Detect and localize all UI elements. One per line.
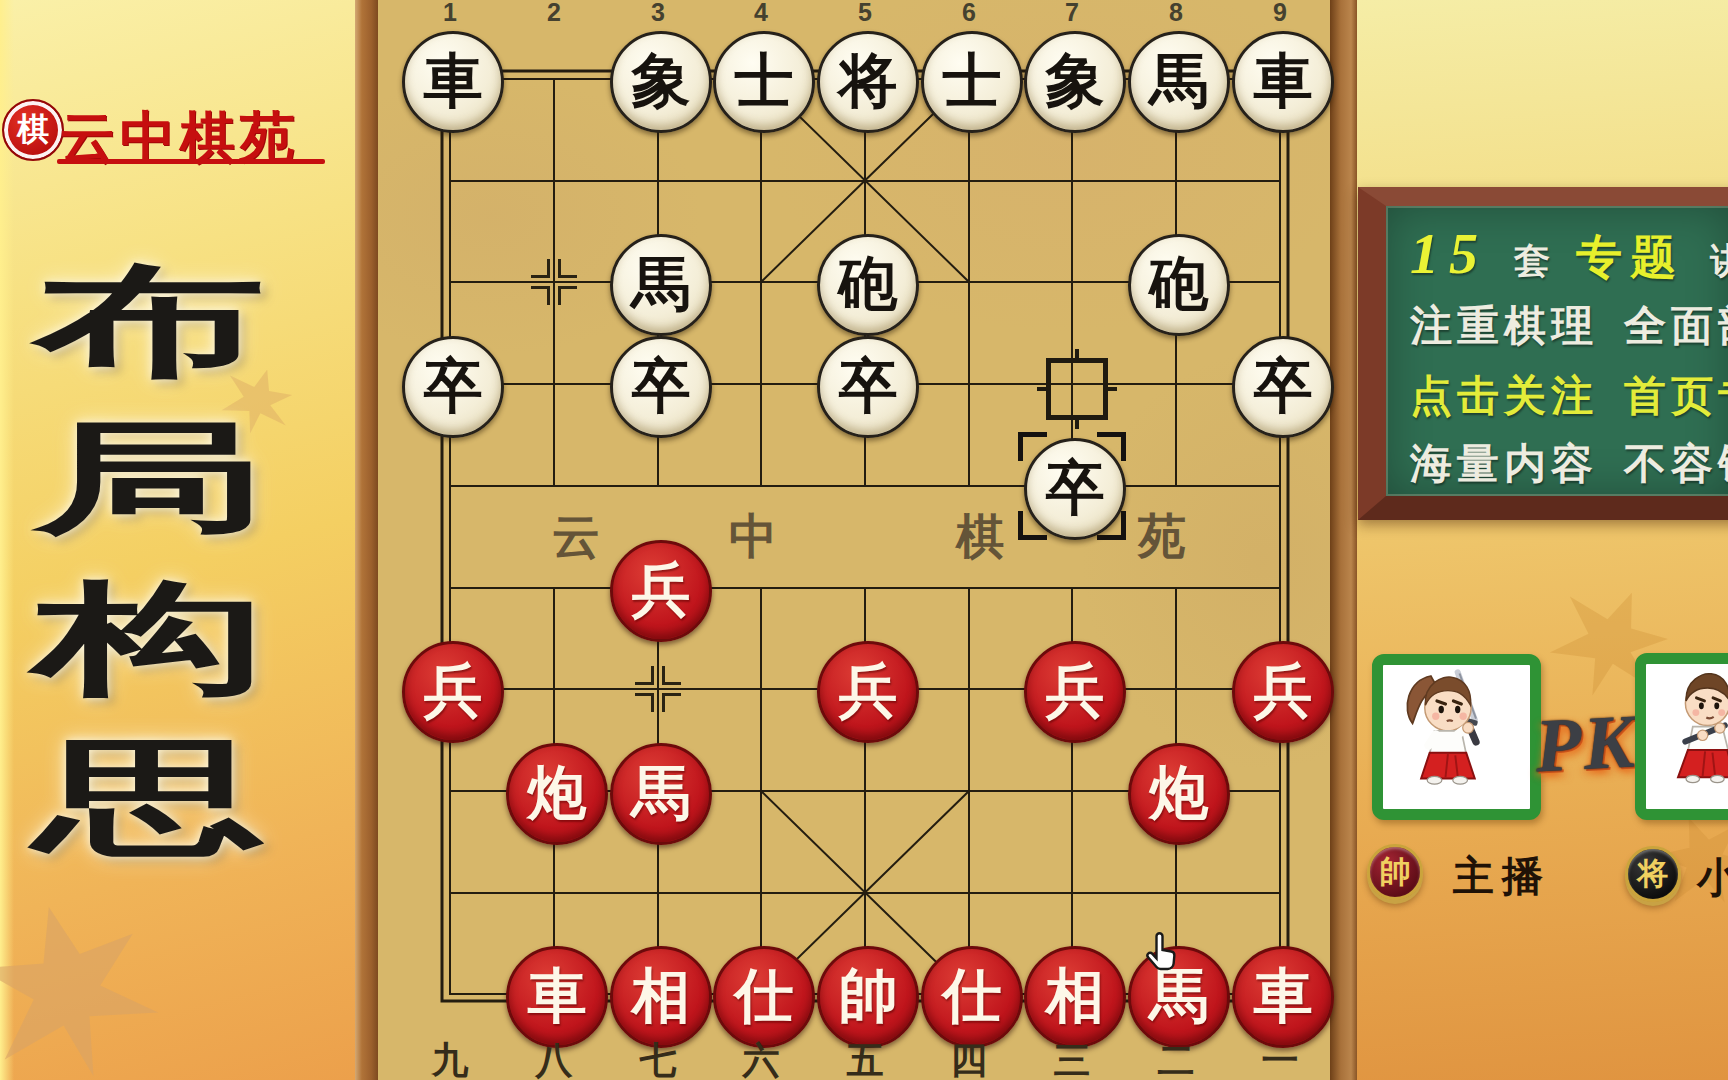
piece-red-兵-f5r7[interactable]: 兵 <box>817 641 919 743</box>
piece-red-兵-f3r6[interactable]: 兵 <box>610 540 712 642</box>
title-char-2: 局 <box>0 414 401 550</box>
file-number-top-4: 4 <box>741 0 781 27</box>
piece-black-卒-f9r4[interactable]: 卒 <box>1232 336 1334 438</box>
file-number-bottom-8: 二 <box>1146 1036 1206 1080</box>
black-badge-char: 将 <box>1638 853 1669 895</box>
red-badge-char: 帥 <box>1380 851 1411 893</box>
chalk-segment: 15 <box>1410 220 1488 287</box>
piece-black-車-f1r1[interactable]: 車 <box>402 31 504 133</box>
chalk-line-4: 海量内容不容错 <box>1410 436 1728 492</box>
file-number-bottom-2: 八 <box>524 1036 584 1080</box>
piece-black-士-f4r1[interactable]: 士 <box>713 31 815 133</box>
piece-red-相-f7r10[interactable]: 相 <box>1024 946 1126 1048</box>
river-char-4: 苑 <box>1127 505 1197 569</box>
black-player-avatar <box>1635 653 1728 820</box>
xiangqi-board[interactable]: 123456789 云中棋苑 車象士将士象馬車馬砲砲卒卒卒卒卒兵兵兵兵兵炮馬炮車… <box>378 0 1330 1080</box>
river-char-3: 棋 <box>945 505 1015 569</box>
point-marker <box>531 259 577 305</box>
file-number-top-1: 1 <box>430 0 470 27</box>
file-number-top-2: 2 <box>534 0 574 27</box>
file-number-bottom-6: 四 <box>939 1036 999 1080</box>
piece-black-馬-f3r3[interactable]: 馬 <box>610 234 712 336</box>
piece-red-車-f2r10[interactable]: 車 <box>506 946 608 1048</box>
piece-black-象-f7r1[interactable]: 象 <box>1024 31 1126 133</box>
piece-red-兵-f1r7[interactable]: 兵 <box>402 641 504 743</box>
chalk-segment: 套 <box>1514 237 1550 286</box>
file-number-top-9: 9 <box>1260 0 1300 27</box>
title-char-3: 构 <box>0 574 401 710</box>
logo-seal-char: 棋 <box>17 108 49 152</box>
file-number-bottom-5: 五 <box>835 1036 895 1080</box>
left-banner: 棋 云中棋苑 布局构思 <box>0 0 355 1080</box>
piece-black-卒-f5r4[interactable]: 卒 <box>817 336 919 438</box>
leaf-watermark <box>0 889 168 1080</box>
file-number-bottom-3: 七 <box>628 1036 688 1080</box>
file-number-top-7: 7 <box>1052 0 1092 27</box>
river-char-1: 云 <box>541 505 611 569</box>
piece-red-車-f9r10[interactable]: 車 <box>1232 946 1334 1048</box>
piece-red-仕-f6r10[interactable]: 仕 <box>921 946 1023 1048</box>
piece-black-将-f5r1[interactable]: 将 <box>817 31 919 133</box>
black-player-label: 小 <box>1697 851 1728 906</box>
piece-black-砲-f5r3[interactable]: 砲 <box>817 234 919 336</box>
red-player-label: 主播 <box>1453 849 1551 904</box>
red-side-badge: 帥 <box>1367 844 1423 900</box>
piece-black-卒-f3r4[interactable]: 卒 <box>610 336 712 438</box>
screen: { "game": "xiangqi", "position": { "fen"… <box>0 0 1728 1080</box>
piece-red-炮-f8r8[interactable]: 炮 <box>1128 743 1230 845</box>
wood-strip-left <box>355 0 378 1080</box>
piece-red-兵-f9r7[interactable]: 兵 <box>1232 641 1334 743</box>
chalk-segment: 点击关注 <box>1410 368 1598 424</box>
title-char-1: 布 <box>0 257 401 393</box>
chalk-segment: 首页专 <box>1624 368 1728 424</box>
file-number-top-3: 3 <box>638 0 678 27</box>
piece-black-卒-f1r4[interactable]: 卒 <box>402 336 504 438</box>
pk-versus-text: PK <box>1533 697 1639 789</box>
piece-black-馬-f8r1[interactable]: 馬 <box>1128 31 1230 133</box>
piece-red-仕-f4r10[interactable]: 仕 <box>713 946 815 1048</box>
piece-black-車-f9r1[interactable]: 車 <box>1232 31 1334 133</box>
last-move-from-marker <box>1046 358 1108 420</box>
title-char-4: 思 <box>0 733 401 869</box>
file-number-bottom-4: 六 <box>731 1036 791 1080</box>
channel-name-underline <box>57 159 325 164</box>
chalk-segment: 海量内容 <box>1410 436 1598 492</box>
chalk-segment: 不容错 <box>1624 436 1728 492</box>
chalk-line-1: 15套专题讲 <box>1410 220 1728 289</box>
river-char-2: 中 <box>718 505 788 569</box>
piece-black-卒-f7r5[interactable]: 卒 <box>1024 438 1126 540</box>
mouse-cursor-hand-icon <box>1143 931 1179 977</box>
point-marker <box>635 666 681 712</box>
piece-black-象-f3r1[interactable]: 象 <box>610 31 712 133</box>
black-side-badge: 将 <box>1625 846 1681 902</box>
piece-red-馬-f3r8[interactable]: 馬 <box>610 743 712 845</box>
channel-logo-seal: 棋 <box>2 99 64 161</box>
wood-strip-right <box>1330 0 1357 1080</box>
piece-red-兵-f7r7[interactable]: 兵 <box>1024 641 1126 743</box>
red-player-avatar <box>1372 654 1541 820</box>
chalk-line-3: 点击关注首页专 <box>1410 368 1728 424</box>
piece-black-士-f6r1[interactable]: 士 <box>921 31 1023 133</box>
piece-red-帥-f5r10[interactable]: 帥 <box>817 946 919 1048</box>
chalk-segment: 讲 <box>1710 237 1728 286</box>
chalk-segment: 全面剖 <box>1624 298 1728 354</box>
piece-red-炮-f2r8[interactable]: 炮 <box>506 743 608 845</box>
file-number-top-5: 5 <box>845 0 885 27</box>
file-number-top-8: 8 <box>1156 0 1196 27</box>
chalk-segment: 注重棋理 <box>1410 298 1598 354</box>
file-number-bottom-9: 一 <box>1250 1036 1310 1080</box>
file-number-bottom-7: 三 <box>1042 1036 1102 1080</box>
file-number-top-6: 6 <box>949 0 989 27</box>
chalk-segment: 专题 <box>1576 227 1684 289</box>
file-number-bottom-1: 九 <box>420 1036 480 1080</box>
chalk-line-2: 注重棋理全面剖 <box>1410 298 1728 354</box>
promo-chalkboard: 15套专题讲注重棋理全面剖点击关注首页专海量内容不容错 <box>1358 187 1728 520</box>
piece-black-砲-f8r3[interactable]: 砲 <box>1128 234 1230 336</box>
right-panel: 15套专题讲注重棋理全面剖点击关注首页专海量内容不容错 <box>1357 0 1728 1080</box>
piece-red-相-f3r10[interactable]: 相 <box>610 946 712 1048</box>
